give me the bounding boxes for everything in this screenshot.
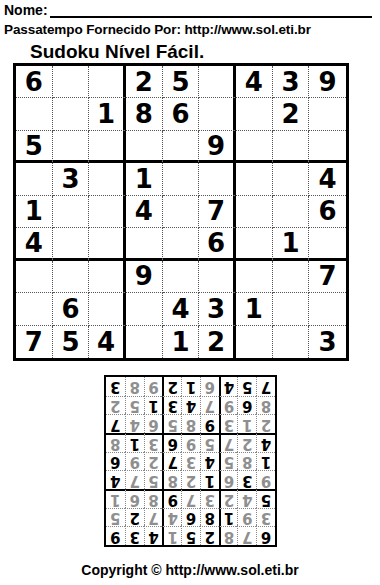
solution-grid: 6782514393918647255423798619361285741854… xyxy=(104,375,277,547)
solution-cell-r9c9: 3 xyxy=(106,377,125,396)
puzzle-cell-r4c6[interactable] xyxy=(199,163,236,195)
puzzle-cell-r6c9[interactable] xyxy=(309,228,346,260)
puzzle-cell-r2c5: 6 xyxy=(163,98,200,130)
puzzle-cell-r7c1[interactable] xyxy=(16,261,53,293)
puzzle-cell-r6c5[interactable] xyxy=(163,228,200,260)
puzzle-cell-r1c6[interactable] xyxy=(199,66,236,98)
puzzle-cell-r8c6: 3 xyxy=(199,293,236,325)
solution-cell-r1c7: 4 xyxy=(144,526,163,545)
puzzle-cell-r3c4[interactable] xyxy=(126,131,163,163)
puzzle-cell-r4c3[interactable] xyxy=(89,163,126,195)
puzzle-cell-r9c1: 7 xyxy=(16,326,53,358)
puzzle-cell-r5c4: 4 xyxy=(126,196,163,228)
puzzle-cell-r5c8[interactable] xyxy=(273,196,310,228)
solution-cell-r4c5: 2 xyxy=(181,470,200,489)
puzzle-cell-r1c2[interactable] xyxy=(53,66,90,98)
solution-cell-r2c9: 5 xyxy=(106,508,125,527)
puzzle-cell-r7c8[interactable] xyxy=(273,261,310,293)
solution-cell-r2c2: 9 xyxy=(237,508,256,527)
puzzle-cell-r2c4: 8 xyxy=(126,98,163,130)
solution-cell-r9c1: 7 xyxy=(256,377,275,396)
puzzle-cell-r5c2[interactable] xyxy=(53,196,90,228)
name-blank-line xyxy=(50,4,372,18)
solution-cell-r5c6: 7 xyxy=(162,452,181,471)
solution-cell-r8c2: 6 xyxy=(237,396,256,415)
solution-cell-r8c7: 1 xyxy=(144,396,163,415)
puzzle-cell-r8c4[interactable] xyxy=(126,293,163,325)
puzzle-cell-r9c9: 3 xyxy=(309,326,346,358)
puzzle-cell-r3c8[interactable] xyxy=(273,131,310,163)
solution-cell-r8c3: 9 xyxy=(219,396,238,415)
puzzle-cell-r3c6: 9 xyxy=(199,131,236,163)
puzzle-cell-r8c7: 1 xyxy=(236,293,273,325)
puzzle-cell-r4c7[interactable] xyxy=(236,163,273,195)
solution-cell-r4c9: 4 xyxy=(106,470,125,489)
solution-cell-r3c1: 5 xyxy=(256,489,275,508)
solution-cell-r2c7: 7 xyxy=(144,508,163,527)
puzzle-cell-r9c3: 4 xyxy=(89,326,126,358)
puzzle-cell-r1c9: 9 xyxy=(309,66,346,98)
solution-cell-r6c9: 8 xyxy=(106,433,125,452)
solution-cell-r8c8: 5 xyxy=(125,396,144,415)
solution-cell-r7c4: 9 xyxy=(200,414,219,433)
solution-cell-r7c2: 1 xyxy=(237,414,256,433)
solution-cell-r4c7: 5 xyxy=(144,470,163,489)
solution-cell-r2c6: 4 xyxy=(162,508,181,527)
solution-cell-r8c9: 2 xyxy=(106,396,125,415)
puzzle-cell-r2c7[interactable] xyxy=(236,98,273,130)
solution-cell-r7c8: 4 xyxy=(125,414,144,433)
puzzle-cell-r2c9[interactable] xyxy=(309,98,346,130)
puzzle-cell-r2c3: 1 xyxy=(89,98,126,130)
solution-cell-r5c9: 6 xyxy=(106,452,125,471)
puzzle-cell-r1c4: 2 xyxy=(126,66,163,98)
solution-cell-r6c2: 2 xyxy=(237,433,256,452)
solution-cell-r6c4: 5 xyxy=(200,433,219,452)
solution-cell-r2c8: 2 xyxy=(125,508,144,527)
puzzle-cell-r4c4: 1 xyxy=(126,163,163,195)
solution-cell-r8c1: 8 xyxy=(256,396,275,415)
solution-cell-r2c1: 3 xyxy=(256,508,275,527)
solution-cell-r1c8: 3 xyxy=(125,526,144,545)
solution-cell-r3c4: 3 xyxy=(200,489,219,508)
puzzle-cell-r7c7[interactable] xyxy=(236,261,273,293)
puzzle-cell-r3c2[interactable] xyxy=(53,131,90,163)
solution-cell-r1c9: 9 xyxy=(106,526,125,545)
puzzle-cell-r1c5: 5 xyxy=(163,66,200,98)
solution-cell-r3c9: 1 xyxy=(106,489,125,508)
puzzle-grid: 6254391862593141476461976431754123 xyxy=(13,63,349,361)
puzzle-cell-r3c9[interactable] xyxy=(309,131,346,163)
provided-by-text: Passatempo Fornecido Por: http://www.sol… xyxy=(4,22,378,37)
solution-cell-r1c3: 8 xyxy=(219,526,238,545)
solution-cell-r9c4: 6 xyxy=(200,377,219,396)
puzzle-cell-r6c3[interactable] xyxy=(89,228,126,260)
solution-cell-r6c6: 6 xyxy=(162,433,181,452)
solution-cell-r9c5: 1 xyxy=(181,377,200,396)
puzzle-cell-r4c8[interactable] xyxy=(273,163,310,195)
solution-cell-r9c3: 4 xyxy=(219,377,238,396)
solution-cell-r8c6: 3 xyxy=(162,396,181,415)
solution-cell-r1c6: 1 xyxy=(162,526,181,545)
puzzle-cell-r2c1[interactable] xyxy=(16,98,53,130)
puzzle-cell-r8c2: 6 xyxy=(53,293,90,325)
puzzle-cell-r5c9: 6 xyxy=(309,196,346,228)
solution-cell-r3c2: 4 xyxy=(237,489,256,508)
puzzle-cell-r8c9[interactable] xyxy=(309,293,346,325)
solution-cell-r8c5: 4 xyxy=(181,396,200,415)
puzzle-cell-r7c6[interactable] xyxy=(199,261,236,293)
solution-cell-r1c4: 2 xyxy=(200,526,219,545)
solution-cell-r2c4: 8 xyxy=(200,508,219,527)
puzzle-cell-r6c1: 4 xyxy=(16,228,53,260)
solution-cell-r4c6: 8 xyxy=(162,470,181,489)
solution-cell-r2c5: 6 xyxy=(181,508,200,527)
solution-cell-r5c1: 1 xyxy=(256,452,275,471)
solution-cell-r7c9: 7 xyxy=(106,414,125,433)
solution-cell-r2c3: 1 xyxy=(219,508,238,527)
puzzle-cell-r7c5[interactable] xyxy=(163,261,200,293)
puzzle-cell-r3c5[interactable] xyxy=(163,131,200,163)
page-title: Sudoku Nível Fácil. xyxy=(30,41,204,63)
solution-cell-r5c5: 3 xyxy=(181,452,200,471)
puzzle-cell-r4c1[interactable] xyxy=(16,163,53,195)
solution-cell-r5c8: 9 xyxy=(125,452,144,471)
solution-cell-r5c2: 8 xyxy=(237,452,256,471)
puzzle-cell-r5c3[interactable] xyxy=(89,196,126,228)
solution-cell-r1c1: 6 xyxy=(256,526,275,545)
solution-cell-r3c6: 9 xyxy=(162,489,181,508)
solution-cell-r4c2: 3 xyxy=(237,470,256,489)
puzzle-cell-r5c5[interactable] xyxy=(163,196,200,228)
solution-cell-r7c7: 6 xyxy=(144,414,163,433)
puzzle-cell-r1c7: 4 xyxy=(236,66,273,98)
puzzle-cell-r9c6: 2 xyxy=(199,326,236,358)
puzzle-cell-r4c2: 3 xyxy=(53,163,90,195)
puzzle-cell-r6c6: 6 xyxy=(199,228,236,260)
puzzle-cell-r5c1: 1 xyxy=(16,196,53,228)
solution-cell-r9c7: 9 xyxy=(144,377,163,396)
puzzle-cell-r4c5[interactable] xyxy=(163,163,200,195)
solution-cell-r3c7: 8 xyxy=(144,489,163,508)
puzzle-cell-r5c7[interactable] xyxy=(236,196,273,228)
solution-cell-r8c4: 7 xyxy=(200,396,219,415)
solution-cell-r4c4: 1 xyxy=(200,470,219,489)
solution-cell-r6c3: 7 xyxy=(219,433,238,452)
puzzle-cell-r7c2[interactable] xyxy=(53,261,90,293)
puzzle-cell-r7c4: 9 xyxy=(126,261,163,293)
puzzle-cell-r1c8: 3 xyxy=(273,66,310,98)
solution-cell-r9c2: 5 xyxy=(237,377,256,396)
solution-cell-r7c3: 3 xyxy=(219,414,238,433)
puzzle-cell-r1c3[interactable] xyxy=(89,66,126,98)
name-field-row: Nome: xyxy=(4,2,372,18)
copyright-text: Copyright © http://www.sol.eti.br xyxy=(0,562,380,578)
puzzle-cell-r9c5: 1 xyxy=(163,326,200,358)
puzzle-cell-r2c6[interactable] xyxy=(199,98,236,130)
solution-cell-r7c5: 8 xyxy=(181,414,200,433)
solution-cell-r3c5: 7 xyxy=(181,489,200,508)
solution-cell-r7c6: 5 xyxy=(162,414,181,433)
puzzle-cell-r9c4[interactable] xyxy=(126,326,163,358)
solution-cell-r7c1: 2 xyxy=(256,414,275,433)
solution-cell-r4c1: 9 xyxy=(256,470,275,489)
puzzle-cell-r2c8: 2 xyxy=(273,98,310,130)
puzzle-cell-r1c1: 6 xyxy=(16,66,53,98)
puzzle-cell-r4c9: 4 xyxy=(309,163,346,195)
puzzle-cell-r8c1[interactable] xyxy=(16,293,53,325)
puzzle-cell-r9c7[interactable] xyxy=(236,326,273,358)
puzzle-cell-r7c9: 7 xyxy=(309,261,346,293)
solution-cell-r4c3: 6 xyxy=(219,470,238,489)
puzzle-cell-r5c6: 7 xyxy=(199,196,236,228)
name-label: Nome: xyxy=(4,2,48,18)
solution-cell-r9c8: 8 xyxy=(125,377,144,396)
puzzle-cell-r8c5: 4 xyxy=(163,293,200,325)
solution-cell-r3c8: 6 xyxy=(125,489,144,508)
solution-cell-r6c8: 1 xyxy=(125,433,144,452)
solution-cell-r9c6: 2 xyxy=(162,377,181,396)
puzzle-cell-r3c3[interactable] xyxy=(89,131,126,163)
puzzle-cell-r2c2[interactable] xyxy=(53,98,90,130)
puzzle-cell-r7c3[interactable] xyxy=(89,261,126,293)
puzzle-cell-r3c7[interactable] xyxy=(236,131,273,163)
puzzle-cell-r6c4[interactable] xyxy=(126,228,163,260)
puzzle-cell-r6c7[interactable] xyxy=(236,228,273,260)
puzzle-cell-r3c1: 5 xyxy=(16,131,53,163)
solution-cell-r1c2: 7 xyxy=(237,526,256,545)
solution-cell-r6c7: 3 xyxy=(144,433,163,452)
solution-cell-r6c5: 9 xyxy=(181,433,200,452)
puzzle-cell-r9c2: 5 xyxy=(53,326,90,358)
puzzle-cell-r8c3[interactable] xyxy=(89,293,126,325)
solution-cell-r5c3: 5 xyxy=(219,452,238,471)
solution-cell-r4c8: 7 xyxy=(125,470,144,489)
solution-cell-r1c5: 5 xyxy=(181,526,200,545)
puzzle-cell-r6c8: 1 xyxy=(273,228,310,260)
solution-cell-r5c4: 4 xyxy=(200,452,219,471)
puzzle-cell-r6c2[interactable] xyxy=(53,228,90,260)
solution-cell-r6c1: 4 xyxy=(256,433,275,452)
solution-cell-r3c3: 2 xyxy=(219,489,238,508)
solution-cell-r5c7: 2 xyxy=(144,452,163,471)
puzzle-cell-r8c8[interactable] xyxy=(273,293,310,325)
puzzle-cell-r9c8[interactable] xyxy=(273,326,310,358)
